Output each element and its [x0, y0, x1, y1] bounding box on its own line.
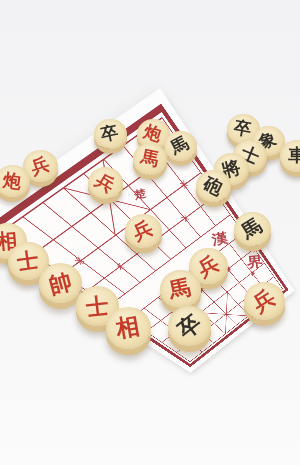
piece-glyph: 卒	[173, 310, 204, 341]
piece-red-soldier[interactable]: 兵	[244, 282, 285, 320]
piece-glyph: 兵	[29, 155, 52, 178]
piece-red-soldier[interactable]: 兵	[88, 167, 123, 199]
piece-black-soldier[interactable]: 卒	[94, 119, 127, 149]
piece-glyph: 兵	[249, 286, 278, 315]
piece-black-horse[interactable]: 馬	[234, 212, 271, 246]
piece-black-cannon[interactable]: 砲	[196, 170, 231, 202]
piece-glyph: 帥	[46, 269, 73, 296]
piece-glyph: 卒	[233, 119, 253, 139]
piece-red-soldier[interactable]: 兵	[125, 214, 162, 248]
piece-glyph: 馬	[140, 148, 161, 169]
piece-glyph: 炮	[2, 171, 23, 192]
piece-glyph: 馬	[167, 276, 192, 301]
piece-red-horse[interactable]: 馬	[133, 143, 167, 174]
piece-glyph: 士	[16, 249, 40, 273]
piece-red-horse[interactable]: 馬	[160, 270, 201, 308]
piece-glyph: 士	[85, 294, 110, 319]
piece-black-horse[interactable]: 馬	[164, 131, 197, 161]
piece-black-soldier[interactable]: 卒	[168, 306, 211, 346]
piece-glyph: 砲	[201, 174, 225, 198]
piece-glyph: 馬	[239, 216, 266, 243]
piece-red-elephant[interactable]: 相	[106, 307, 151, 348]
piece-glyph: 兵	[92, 170, 117, 195]
piece-glyph: 兵	[194, 252, 221, 279]
piece-glyph: 相	[114, 314, 141, 341]
piece-red-general[interactable]: 帥	[39, 263, 82, 303]
piece-black-chariot[interactable]: 車	[280, 140, 300, 171]
piece-glyph: 兵	[130, 218, 155, 243]
piece-glyph: 卒	[100, 124, 120, 144]
piece-glyph: 車	[288, 147, 300, 165]
piece-glyph: 炮	[142, 123, 164, 145]
piece-glyph: 馬	[168, 134, 191, 157]
xiangqi-set-photo: 楚漢界 卒卒炮象馬士車馬兵將炮兵砲馬兵相士兵帥馬兵士卒相	[0, 0, 300, 465]
